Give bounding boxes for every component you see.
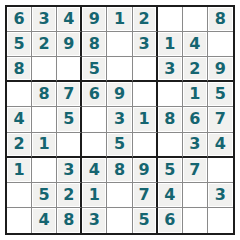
sudoku-cell-r4c7[interactable] [158, 82, 183, 107]
sudoku-cell-r6c6[interactable] [133, 133, 158, 158]
sudoku-cell-r3c4[interactable]: 5 [82, 57, 107, 82]
sudoku-cell-r2c9[interactable] [208, 32, 233, 57]
sudoku-cell-r6c4[interactable] [82, 133, 107, 158]
sudoku-cell-r8c7[interactable]: 4 [158, 183, 183, 208]
sudoku-cell-r8c9[interactable]: 3 [208, 183, 233, 208]
sudoku-cell-r1c2[interactable]: 3 [32, 7, 57, 32]
sudoku-cell-r4c6[interactable] [133, 82, 158, 107]
sudoku-cell-r1c6[interactable]: 2 [133, 7, 158, 32]
sudoku-cell-r3c8[interactable]: 2 [183, 57, 208, 82]
sudoku-cell-r2c6[interactable]: 3 [133, 32, 158, 57]
sudoku-cell-r6c1[interactable]: 2 [7, 133, 32, 158]
sudoku-cell-r8c5[interactable] [107, 183, 132, 208]
sudoku-cell-r7c6[interactable]: 9 [133, 158, 158, 183]
sudoku-cell-r7c8[interactable]: 7 [183, 158, 208, 183]
sudoku-cell-r2c5[interactable] [107, 32, 132, 57]
sudoku-cell-r7c3[interactable]: 3 [57, 158, 82, 183]
sudoku-cell-r7c7[interactable]: 5 [158, 158, 183, 183]
sudoku-cell-r9c3[interactable]: 8 [57, 208, 82, 233]
sudoku-cell-r7c9[interactable] [208, 158, 233, 183]
sudoku-cell-r7c2[interactable] [32, 158, 57, 183]
sudoku-cell-r9c4[interactable]: 3 [82, 208, 107, 233]
sudoku-cell-r1c8[interactable] [183, 7, 208, 32]
sudoku-cell-r7c5[interactable]: 8 [107, 158, 132, 183]
sudoku-cell-r9c5[interactable] [107, 208, 132, 233]
sudoku-cell-r6c8[interactable]: 3 [183, 133, 208, 158]
sudoku-cell-r4c3[interactable]: 7 [57, 82, 82, 107]
sudoku-cell-r8c2[interactable]: 5 [32, 183, 57, 208]
sudoku-cell-r9c6[interactable]: 5 [133, 208, 158, 233]
sudoku-cell-r3c9[interactable]: 9 [208, 57, 233, 82]
sudoku-cell-r1c1[interactable]: 6 [7, 7, 32, 32]
sudoku-cell-r6c2[interactable]: 1 [32, 133, 57, 158]
sudoku-cell-r7c1[interactable]: 1 [7, 158, 32, 183]
sudoku-cell-r6c3[interactable] [57, 133, 82, 158]
sudoku-cell-r5c8[interactable]: 6 [183, 107, 208, 132]
sudoku-cell-r5c5[interactable]: 3 [107, 107, 132, 132]
sudoku-cell-r2c3[interactable]: 9 [57, 32, 82, 57]
sudoku-cell-r5c7[interactable]: 8 [158, 107, 183, 132]
sudoku-cell-r5c1[interactable]: 4 [7, 107, 32, 132]
sudoku-cell-r8c8[interactable] [183, 183, 208, 208]
sudoku-cell-r6c9[interactable]: 4 [208, 133, 233, 158]
sudoku-cell-r1c7[interactable] [158, 7, 183, 32]
sudoku-cell-r1c9[interactable]: 8 [208, 7, 233, 32]
sudoku-cell-r6c7[interactable] [158, 133, 183, 158]
sudoku-board: 6349128529831485329876915453186721534134… [5, 5, 235, 235]
sudoku-cell-r8c1[interactable] [7, 183, 32, 208]
sudoku-cell-r5c9[interactable]: 7 [208, 107, 233, 132]
sudoku-cell-r4c9[interactable]: 5 [208, 82, 233, 107]
sudoku-cell-r6c5[interactable]: 5 [107, 133, 132, 158]
sudoku-cell-r5c6[interactable]: 1 [133, 107, 158, 132]
sudoku-cell-r3c1[interactable]: 8 [7, 57, 32, 82]
sudoku-cell-r4c2[interactable]: 8 [32, 82, 57, 107]
sudoku-cell-r9c2[interactable]: 4 [32, 208, 57, 233]
sudoku-cell-r9c1[interactable] [7, 208, 32, 233]
sudoku-cell-r2c4[interactable]: 8 [82, 32, 107, 57]
sudoku-cell-r1c5[interactable]: 1 [107, 7, 132, 32]
sudoku-cell-r3c6[interactable] [133, 57, 158, 82]
sudoku-cell-r4c5[interactable]: 9 [107, 82, 132, 107]
sudoku-cell-r7c4[interactable]: 4 [82, 158, 107, 183]
sudoku-cell-r3c2[interactable] [32, 57, 57, 82]
sudoku-cell-r2c1[interactable]: 5 [7, 32, 32, 57]
sudoku-cell-r2c2[interactable]: 2 [32, 32, 57, 57]
sudoku-cell-r8c6[interactable]: 7 [133, 183, 158, 208]
sudoku-cell-r3c5[interactable] [107, 57, 132, 82]
sudoku-cell-r9c7[interactable]: 6 [158, 208, 183, 233]
sudoku-cell-r2c7[interactable]: 1 [158, 32, 183, 57]
sudoku-cell-r4c4[interactable]: 6 [82, 82, 107, 107]
sudoku-cell-r3c7[interactable]: 3 [158, 57, 183, 82]
sudoku-cell-r4c8[interactable]: 1 [183, 82, 208, 107]
sudoku-cell-r2c8[interactable]: 4 [183, 32, 208, 57]
sudoku-cell-r5c3[interactable]: 5 [57, 107, 82, 132]
sudoku-cell-r9c8[interactable] [183, 208, 208, 233]
sudoku-cell-r5c2[interactable] [32, 107, 57, 132]
sudoku-cell-r3c3[interactable] [57, 57, 82, 82]
sudoku-cell-r4c1[interactable] [7, 82, 32, 107]
sudoku-cell-r5c4[interactable] [82, 107, 107, 132]
sudoku-cell-r1c3[interactable]: 4 [57, 7, 82, 32]
sudoku-cell-r1c4[interactable]: 9 [82, 7, 107, 32]
sudoku-cell-r8c3[interactable]: 2 [57, 183, 82, 208]
sudoku-cell-r9c9[interactable] [208, 208, 233, 233]
sudoku-cell-r8c4[interactable]: 1 [82, 183, 107, 208]
